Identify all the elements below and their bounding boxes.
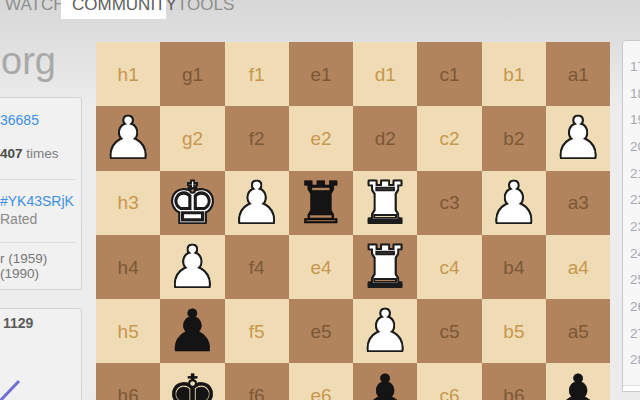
coord-label-b5: b5: [503, 322, 524, 341]
player-top: r (1959): [0, 251, 47, 266]
move-row-27[interactable]: 27: [623, 320, 640, 347]
chart-line-fragment: [0, 379, 22, 400]
square-e2[interactable]: e2: [289, 106, 353, 170]
coord-label-c5: c5: [440, 322, 460, 341]
coord-label-h6: h6: [118, 386, 139, 400]
square-h4[interactable]: h4: [96, 235, 160, 299]
square-c4[interactable]: c4: [417, 235, 481, 299]
coord-label-e2: e2: [310, 129, 331, 148]
coord-label-e6: e6: [310, 386, 331, 400]
black-pawn-piece: ♟: [552, 364, 604, 400]
rated-label: Rated: [0, 211, 37, 227]
square-f2[interactable]: f2: [225, 106, 289, 170]
coord-label-f6: f6: [249, 386, 265, 400]
move-list-panel: 171819202122232425262728: [622, 40, 640, 392]
black-king-piece: ♚: [166, 364, 218, 400]
white-pawn-piece: ♟: [166, 235, 218, 299]
coord-label-h3: h3: [118, 193, 139, 212]
coord-label-f2: f2: [249, 129, 265, 148]
coord-label-c6: c6: [440, 386, 460, 400]
square-h5[interactable]: h5: [96, 299, 160, 363]
square-a1[interactable]: a1: [546, 42, 610, 106]
nav-item-community[interactable]: COMMUNITY: [61, 0, 166, 19]
coord-label-g1: g1: [182, 65, 203, 84]
coord-label-b4: b4: [503, 258, 524, 277]
coord-label-b2: b2: [503, 129, 524, 148]
stat-value: 1129: [3, 315, 33, 331]
coord-label-e4: e4: [310, 258, 331, 277]
coord-label-d1: d1: [375, 65, 396, 84]
square-b1[interactable]: b1: [482, 42, 546, 106]
move-row-20[interactable]: 20: [623, 133, 640, 160]
square-a3[interactable]: a3: [546, 171, 610, 235]
coord-label-a4: a4: [568, 258, 589, 277]
sidebar-divider: [0, 242, 76, 243]
square-e6[interactable]: e6: [289, 363, 353, 400]
black-pawn-piece: ♟: [359, 364, 411, 400]
square-c2[interactable]: c2: [417, 106, 481, 170]
played-count: 407: [0, 146, 23, 161]
square-b3[interactable]: ♟: [482, 171, 546, 235]
square-d1[interactable]: d1: [353, 42, 417, 106]
square-f6[interactable]: f6: [225, 363, 289, 400]
coord-label-b1: b1: [503, 65, 524, 84]
square-d4[interactable]: ♜: [353, 235, 417, 299]
coord-label-g2: g2: [182, 129, 203, 148]
black-rook-piece: ♜: [295, 171, 347, 235]
coord-label-d2: d2: [375, 129, 396, 148]
white-pawn-piece: ♟: [552, 106, 604, 170]
square-d5[interactable]: ♟: [353, 299, 417, 363]
move-row-17[interactable]: 17: [623, 53, 640, 80]
coord-label-c4: c4: [440, 258, 460, 277]
white-pawn-piece: ♟: [102, 106, 154, 170]
white-pawn-piece: ♟: [231, 171, 283, 235]
site-logo[interactable]: org: [1, 40, 56, 83]
square-c1[interactable]: c1: [417, 42, 481, 106]
coord-label-e5: e5: [310, 322, 331, 341]
white-pawn-piece: ♟: [359, 299, 411, 363]
coord-label-h1: h1: [118, 65, 139, 84]
square-h6[interactable]: h6: [96, 363, 160, 400]
white-pawn-piece: ♟: [488, 171, 540, 235]
move-row-21[interactable]: 21: [623, 160, 640, 187]
coord-label-b6: b6: [503, 386, 524, 400]
move-row-19[interactable]: 19: [623, 106, 640, 133]
coord-label-a1: a1: [568, 65, 589, 84]
square-c6[interactable]: c6: [417, 363, 481, 400]
nav-item-community-label: COMMUNITY: [72, 0, 177, 15]
chess-board: h1g1f1e1d1c1b1a1♟g2f2e2d2c2b2♟h3♚♟♜♜c3♟a…: [96, 42, 610, 400]
white-rook-piece: ♜: [359, 171, 411, 235]
move-row-18[interactable]: 18: [623, 80, 640, 107]
square-e1[interactable]: e1: [289, 42, 353, 106]
move-row-26[interactable]: 26: [623, 293, 640, 320]
square-h2[interactable]: ♟: [96, 106, 160, 170]
views-link[interactable]: 36685: [0, 112, 39, 128]
square-e5[interactable]: e5: [289, 299, 353, 363]
square-f5[interactable]: f5: [225, 299, 289, 363]
coord-label-e1: e1: [310, 65, 331, 84]
move-row-24[interactable]: 24: [623, 240, 640, 267]
square-g4[interactable]: ♟: [160, 235, 224, 299]
white-king-piece: ♚: [166, 171, 218, 235]
coord-label-c2: c2: [440, 129, 460, 148]
square-h1[interactable]: h1: [96, 42, 160, 106]
move-row-25[interactable]: 25: [623, 267, 640, 294]
coord-label-a3: a3: [568, 193, 589, 212]
coord-label-c1: c1: [440, 65, 460, 84]
game-id-link[interactable]: #YK43SRjK: [0, 193, 74, 209]
coord-label-f5: f5: [249, 322, 265, 341]
square-g1[interactable]: g1: [160, 42, 224, 106]
square-b5[interactable]: b5: [482, 299, 546, 363]
square-f4[interactable]: f4: [225, 235, 289, 299]
played-label: times: [26, 146, 58, 161]
nav-item-tools[interactable]: TOOLS: [177, 0, 234, 15]
player-bottom: (1990): [0, 266, 39, 281]
move-row-28[interactable]: 28: [623, 347, 640, 374]
square-g5[interactable]: ♟: [160, 299, 224, 363]
square-g6[interactable]: ♚: [160, 363, 224, 400]
square-g3[interactable]: ♚: [160, 171, 224, 235]
played-times-text: 407 times: [0, 146, 59, 161]
square-f3[interactable]: ♟: [225, 171, 289, 235]
nav-item-watch[interactable]: WATCH: [5, 0, 65, 15]
square-a2[interactable]: ♟: [546, 106, 610, 170]
black-pawn-piece: ♟: [166, 299, 218, 363]
square-e4[interactable]: e4: [289, 235, 353, 299]
square-b2[interactable]: b2: [482, 106, 546, 170]
move-list-footer: [623, 386, 640, 392]
square-d2[interactable]: d2: [353, 106, 417, 170]
square-a5[interactable]: a5: [546, 299, 610, 363]
square-a6[interactable]: ♟: [546, 363, 610, 400]
sidebar-divider: [0, 179, 76, 180]
square-c5[interactable]: c5: [417, 299, 481, 363]
square-a4[interactable]: a4: [546, 235, 610, 299]
coord-label-h5: h5: [118, 322, 139, 341]
square-b4[interactable]: b4: [482, 235, 546, 299]
square-d3[interactable]: ♜: [353, 171, 417, 235]
coord-label-c3: c3: [440, 193, 460, 212]
coord-label-f4: f4: [249, 258, 265, 277]
square-d6[interactable]: ♟: [353, 363, 417, 400]
square-f1[interactable]: f1: [225, 42, 289, 106]
move-row-23[interactable]: 23: [623, 213, 640, 240]
move-list-rows: 171819202122232425262728: [623, 53, 640, 373]
square-h3[interactable]: h3: [96, 171, 160, 235]
coord-label-f1: f1: [249, 65, 265, 84]
move-row-22[interactable]: 22: [623, 186, 640, 213]
white-rook-piece: ♜: [359, 235, 411, 299]
square-e3[interactable]: ♜: [289, 171, 353, 235]
square-c3[interactable]: c3: [417, 171, 481, 235]
square-b6[interactable]: b6: [482, 363, 546, 400]
coord-label-h4: h4: [118, 258, 139, 277]
coord-label-a5: a5: [568, 322, 589, 341]
square-g2[interactable]: g2: [160, 106, 224, 170]
